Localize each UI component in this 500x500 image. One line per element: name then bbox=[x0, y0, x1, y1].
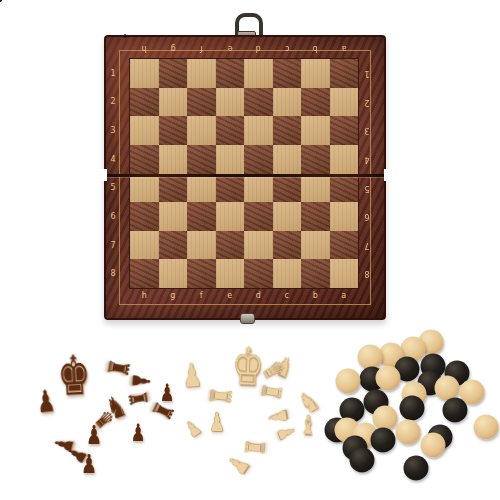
board-square bbox=[159, 88, 188, 117]
latch-knob bbox=[240, 313, 255, 324]
coordinate-label: 3 bbox=[106, 116, 120, 145]
coordinate-label: b bbox=[301, 289, 330, 302]
board-square bbox=[130, 116, 159, 145]
coordinate-label: 2 bbox=[106, 88, 120, 117]
checker-disc bbox=[396, 420, 421, 445]
checker-disc bbox=[443, 398, 468, 423]
board-square bbox=[187, 88, 216, 117]
board-square bbox=[273, 59, 302, 88]
board-square bbox=[273, 116, 302, 145]
coordinate-label: e bbox=[216, 289, 245, 302]
board-square bbox=[130, 59, 159, 88]
coordinate-label: 2 bbox=[360, 88, 374, 117]
board-square bbox=[273, 145, 302, 174]
board-square bbox=[216, 174, 245, 203]
checker-disc bbox=[336, 369, 361, 394]
board-square bbox=[330, 259, 359, 288]
board-square bbox=[130, 231, 159, 260]
board-square bbox=[187, 116, 216, 145]
coordinate-label: 6 bbox=[360, 202, 374, 231]
board-square bbox=[216, 116, 245, 145]
board-square bbox=[301, 88, 330, 117]
coordinate-label: 8 bbox=[360, 259, 374, 288]
board-square bbox=[273, 202, 302, 231]
light-chess-piece: ♜ bbox=[258, 382, 286, 402]
board-square bbox=[216, 202, 245, 231]
checker-disc bbox=[376, 366, 401, 391]
board-square bbox=[301, 145, 330, 174]
chessboard: hgfedcba hgfedcba 12345678 12345678 bbox=[104, 35, 386, 320]
coordinate-label: e bbox=[216, 42, 245, 55]
coordinate-label: 4 bbox=[106, 145, 120, 174]
hinge-gap-right bbox=[384, 169, 391, 181]
board-square bbox=[301, 259, 330, 288]
board-square bbox=[187, 59, 216, 88]
coordinate-label: 7 bbox=[106, 231, 120, 260]
coordinate-label: d bbox=[244, 289, 273, 302]
board-square bbox=[130, 202, 159, 231]
board-square bbox=[187, 259, 216, 288]
board-square bbox=[130, 259, 159, 288]
board-square bbox=[244, 174, 273, 203]
coordinate-label: c bbox=[273, 289, 302, 302]
board-square bbox=[159, 174, 188, 203]
coordinate-label: b bbox=[301, 42, 330, 55]
board-square bbox=[244, 116, 273, 145]
dark-chess-piece: ♟ bbox=[81, 451, 97, 477]
board-square bbox=[301, 59, 330, 88]
checker-disc bbox=[350, 448, 375, 473]
checker-disc bbox=[421, 433, 446, 458]
board-square bbox=[216, 59, 245, 88]
coordinate-label: 6 bbox=[106, 202, 120, 231]
coordinate-label: g bbox=[159, 42, 188, 55]
coordinate-label: 8 bbox=[106, 259, 120, 288]
light-chess-piece: ♝ bbox=[299, 411, 316, 438]
board-square bbox=[330, 174, 359, 203]
coordinate-label: 7 bbox=[360, 231, 374, 260]
board-square bbox=[273, 259, 302, 288]
checker-disc bbox=[371, 428, 396, 453]
hinge-gap-left bbox=[100, 169, 107, 181]
board-square bbox=[130, 88, 159, 117]
coordinate-label: h bbox=[130, 289, 159, 302]
coordinate-label: 4 bbox=[360, 145, 374, 174]
board-square bbox=[159, 116, 188, 145]
board-square bbox=[330, 88, 359, 117]
board-square bbox=[216, 259, 245, 288]
board-square bbox=[244, 145, 273, 174]
board-square bbox=[244, 231, 273, 260]
coordinate-label: c bbox=[273, 42, 302, 55]
coordinate-label: a bbox=[330, 289, 359, 302]
coordinate-label: d bbox=[244, 42, 273, 55]
board-square bbox=[216, 145, 245, 174]
file-labels-top: hgfedcba bbox=[130, 42, 358, 55]
dark-chess-piece: ♟ bbox=[35, 386, 56, 418]
light-chess-piece: ♟ bbox=[181, 359, 203, 392]
board-square bbox=[244, 259, 273, 288]
board-square bbox=[330, 116, 359, 145]
coordinate-label: 5 bbox=[360, 174, 374, 203]
light-chess-piece: ♟ bbox=[265, 408, 291, 427]
dark-chess-piece: ♟ bbox=[86, 422, 102, 448]
board-square bbox=[301, 231, 330, 260]
light-chess-piece: ♜ bbox=[241, 439, 268, 457]
checker-disc bbox=[400, 396, 425, 421]
checker-disc bbox=[474, 415, 499, 440]
coordinate-label: 1 bbox=[106, 59, 120, 88]
coordinate-label: f bbox=[187, 289, 216, 302]
dark-chess-piece: ♟ bbox=[128, 372, 153, 389]
board-square bbox=[187, 145, 216, 174]
light-chess-piece: ♟ bbox=[209, 409, 225, 435]
board-square bbox=[273, 174, 302, 203]
board-square bbox=[187, 231, 216, 260]
board-square bbox=[159, 145, 188, 174]
dark-chess-piece: ♟ bbox=[160, 381, 175, 405]
coordinate-label: h bbox=[130, 42, 159, 55]
light-chess-piece: ♟ bbox=[181, 416, 205, 442]
board-square bbox=[159, 259, 188, 288]
board-square bbox=[187, 174, 216, 203]
board-square bbox=[330, 59, 359, 88]
file-labels-bottom: hgfedcba bbox=[130, 289, 358, 302]
board-square bbox=[330, 145, 359, 174]
fold-seam bbox=[100, 174, 390, 177]
board-square bbox=[159, 202, 188, 231]
board-square bbox=[159, 59, 188, 88]
board-square bbox=[330, 231, 359, 260]
coordinate-label: 1 bbox=[360, 59, 374, 88]
board-square bbox=[244, 88, 273, 117]
coordinate-label: 5 bbox=[106, 174, 120, 203]
coordinate-label: 3 bbox=[360, 116, 374, 145]
board-square bbox=[301, 202, 330, 231]
board-square bbox=[273, 231, 302, 260]
coordinate-label: g bbox=[159, 289, 188, 302]
board-square bbox=[187, 202, 216, 231]
board-square bbox=[216, 88, 245, 117]
board-square bbox=[244, 59, 273, 88]
board-square bbox=[159, 231, 188, 260]
product-photo: hgfedcba hgfedcba 12345678 12345678 ♚♟♜♟… bbox=[0, 0, 500, 500]
board-square bbox=[216, 231, 245, 260]
light-chess-piece: ♟ bbox=[273, 423, 298, 443]
board-square bbox=[273, 88, 302, 117]
dark-chess-piece: ♟ bbox=[131, 421, 146, 445]
board-square bbox=[244, 202, 273, 231]
board-square bbox=[301, 116, 330, 145]
board-square bbox=[130, 145, 159, 174]
checker-disc bbox=[404, 456, 429, 481]
dark-chess-piece: ♚ bbox=[56, 348, 92, 404]
coordinate-label: a bbox=[330, 42, 359, 55]
board-square bbox=[301, 174, 330, 203]
board-square bbox=[130, 174, 159, 203]
coordinate-label: f bbox=[187, 42, 216, 55]
board-square bbox=[330, 202, 359, 231]
